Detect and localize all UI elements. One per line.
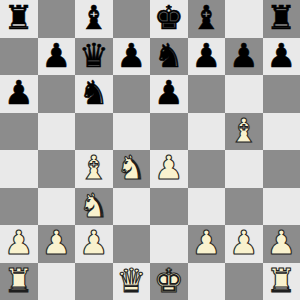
square-g1[interactable] <box>225 263 263 300</box>
square-d4[interactable]: ♞ <box>113 150 151 188</box>
square-a6[interactable]: ♟ <box>0 75 38 113</box>
square-b7[interactable]: ♟ <box>38 38 76 76</box>
square-g5[interactable]: ♝ <box>225 113 263 151</box>
square-f6[interactable] <box>188 75 226 113</box>
piece-white-rook[interactable]: ♜ <box>4 263 34 299</box>
piece-white-pawn[interactable]: ♟ <box>191 225 221 261</box>
square-b3[interactable] <box>38 188 76 226</box>
square-b5[interactable] <box>38 113 76 151</box>
square-c1[interactable] <box>75 263 113 300</box>
square-e3[interactable] <box>150 188 188 226</box>
square-f7[interactable]: ♟ <box>188 38 226 76</box>
square-h7[interactable]: ♟ <box>263 38 301 76</box>
square-e5[interactable] <box>150 113 188 151</box>
piece-black-bishop[interactable]: ♝ <box>191 0 221 36</box>
square-h1[interactable]: ♜ <box>263 263 301 300</box>
square-a4[interactable] <box>0 150 38 188</box>
piece-white-pawn[interactable]: ♟ <box>79 225 109 261</box>
square-a3[interactable] <box>0 188 38 226</box>
square-c5[interactable] <box>75 113 113 151</box>
square-f1[interactable] <box>188 263 226 300</box>
square-f3[interactable] <box>188 188 226 226</box>
piece-white-knight[interactable]: ♞ <box>116 150 146 186</box>
piece-white-pawn[interactable]: ♟ <box>229 225 259 261</box>
piece-white-pawn[interactable]: ♟ <box>266 225 296 261</box>
piece-white-king[interactable]: ♚ <box>154 263 184 299</box>
square-a7[interactable] <box>0 38 38 76</box>
square-b2[interactable]: ♟ <box>38 225 76 263</box>
square-f4[interactable] <box>188 150 226 188</box>
piece-black-knight[interactable]: ♞ <box>154 38 184 74</box>
piece-white-queen[interactable]: ♛ <box>116 263 146 299</box>
square-c7[interactable]: ♛ <box>75 38 113 76</box>
square-f8[interactable]: ♝ <box>188 0 226 38</box>
square-g6[interactable] <box>225 75 263 113</box>
square-c8[interactable]: ♝ <box>75 0 113 38</box>
square-b8[interactable] <box>38 0 76 38</box>
square-b4[interactable] <box>38 150 76 188</box>
square-e8[interactable]: ♚ <box>150 0 188 38</box>
square-e4[interactable]: ♟ <box>150 150 188 188</box>
piece-black-knight[interactable]: ♞ <box>79 75 109 111</box>
square-g3[interactable] <box>225 188 263 226</box>
square-g4[interactable] <box>225 150 263 188</box>
square-b1[interactable] <box>38 263 76 300</box>
square-h8[interactable]: ♜ <box>263 0 301 38</box>
piece-white-pawn[interactable]: ♟ <box>4 225 34 261</box>
square-h5[interactable] <box>263 113 301 151</box>
square-h4[interactable] <box>263 150 301 188</box>
square-a2[interactable]: ♟ <box>0 225 38 263</box>
square-c2[interactable]: ♟ <box>75 225 113 263</box>
piece-black-pawn[interactable]: ♟ <box>116 38 146 74</box>
piece-white-pawn[interactable]: ♟ <box>41 225 71 261</box>
square-e1[interactable]: ♚ <box>150 263 188 300</box>
square-d1[interactable]: ♛ <box>113 263 151 300</box>
chess-board: ♜♝♚♝♜♟♛♟♞♟♟♟♟♞♟♝♝♞♟♞♟♟♟♟♟♟♜♛♚♜ <box>0 0 300 300</box>
piece-black-pawn[interactable]: ♟ <box>4 75 34 111</box>
piece-black-rook[interactable]: ♜ <box>4 0 34 36</box>
square-b6[interactable] <box>38 75 76 113</box>
square-d6[interactable] <box>113 75 151 113</box>
square-e7[interactable]: ♞ <box>150 38 188 76</box>
square-a5[interactable] <box>0 113 38 151</box>
square-g2[interactable]: ♟ <box>225 225 263 263</box>
piece-white-knight[interactable]: ♞ <box>79 188 109 224</box>
piece-white-bishop[interactable]: ♝ <box>79 150 109 186</box>
piece-black-pawn[interactable]: ♟ <box>266 38 296 74</box>
square-c6[interactable]: ♞ <box>75 75 113 113</box>
square-c4[interactable]: ♝ <box>75 150 113 188</box>
square-d7[interactable]: ♟ <box>113 38 151 76</box>
square-g7[interactable]: ♟ <box>225 38 263 76</box>
square-c3[interactable]: ♞ <box>75 188 113 226</box>
square-d3[interactable] <box>113 188 151 226</box>
square-h3[interactable] <box>263 188 301 226</box>
square-f2[interactable]: ♟ <box>188 225 226 263</box>
square-e6[interactable]: ♟ <box>150 75 188 113</box>
piece-white-pawn[interactable]: ♟ <box>154 150 184 186</box>
piece-white-rook[interactable]: ♜ <box>266 263 296 299</box>
piece-black-king[interactable]: ♚ <box>154 0 184 36</box>
piece-black-pawn[interactable]: ♟ <box>41 38 71 74</box>
piece-black-pawn[interactable]: ♟ <box>154 75 184 111</box>
square-h6[interactable] <box>263 75 301 113</box>
square-d2[interactable] <box>113 225 151 263</box>
square-d8[interactable] <box>113 0 151 38</box>
square-g8[interactable] <box>225 0 263 38</box>
square-e2[interactable] <box>150 225 188 263</box>
square-h2[interactable]: ♟ <box>263 225 301 263</box>
square-f5[interactable] <box>188 113 226 151</box>
piece-black-rook[interactable]: ♜ <box>266 0 296 36</box>
piece-black-bishop[interactable]: ♝ <box>79 0 109 36</box>
piece-black-pawn[interactable]: ♟ <box>229 38 259 74</box>
piece-black-queen[interactable]: ♛ <box>79 38 109 74</box>
square-d5[interactable] <box>113 113 151 151</box>
piece-white-bishop[interactable]: ♝ <box>229 113 259 149</box>
square-a8[interactable]: ♜ <box>0 0 38 38</box>
piece-black-pawn[interactable]: ♟ <box>191 38 221 74</box>
square-a1[interactable]: ♜ <box>0 263 38 300</box>
